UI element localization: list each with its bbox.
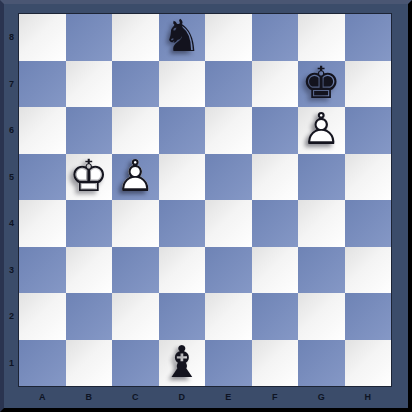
square-f3[interactable] bbox=[252, 247, 299, 294]
square-f5[interactable] bbox=[252, 154, 299, 201]
rank-label-6: 6 bbox=[4, 107, 19, 154]
square-e5[interactable] bbox=[205, 154, 252, 201]
square-f7[interactable] bbox=[252, 61, 299, 108]
square-h2[interactable] bbox=[345, 293, 392, 340]
square-g1[interactable] bbox=[298, 340, 345, 387]
square-h8[interactable] bbox=[345, 14, 392, 61]
file-label-d: D bbox=[159, 387, 206, 408]
square-f8[interactable] bbox=[252, 14, 299, 61]
square-a3[interactable] bbox=[19, 247, 66, 294]
black-bishop-d1[interactable]: ♝ bbox=[159, 340, 206, 387]
square-h4[interactable] bbox=[345, 200, 392, 247]
square-d6[interactable] bbox=[159, 107, 206, 154]
rank-label-5: 5 bbox=[4, 154, 19, 201]
square-h3[interactable] bbox=[345, 247, 392, 294]
square-a5[interactable] bbox=[19, 154, 66, 201]
square-h1[interactable] bbox=[345, 340, 392, 387]
rank-label-1: 1 bbox=[4, 340, 19, 387]
square-g5[interactable] bbox=[298, 154, 345, 201]
square-a2[interactable] bbox=[19, 293, 66, 340]
square-a8[interactable] bbox=[19, 14, 66, 61]
square-c8[interactable] bbox=[112, 14, 159, 61]
white-king-b5[interactable]: ♚♔ bbox=[66, 154, 113, 201]
square-d4[interactable] bbox=[159, 200, 206, 247]
white-king-outline-icon: ♔ bbox=[69, 153, 108, 197]
file-label-e: E bbox=[205, 387, 252, 408]
square-e2[interactable] bbox=[205, 293, 252, 340]
file-label-a: A bbox=[19, 387, 66, 408]
square-b2[interactable] bbox=[66, 293, 113, 340]
square-h7[interactable] bbox=[345, 61, 392, 108]
square-c7[interactable] bbox=[112, 61, 159, 108]
rank-label-4: 4 bbox=[4, 200, 19, 247]
square-g2[interactable] bbox=[298, 293, 345, 340]
square-d3[interactable] bbox=[159, 247, 206, 294]
square-a1[interactable] bbox=[19, 340, 66, 387]
rank-label-2: 2 bbox=[4, 293, 19, 340]
square-f1[interactable] bbox=[252, 340, 299, 387]
white-pawn-outline-icon: ♙ bbox=[302, 107, 341, 151]
black-knight-d8[interactable]: ♞ bbox=[159, 14, 206, 61]
black-king-icon: ♚ bbox=[302, 60, 341, 104]
rank-label-3: 3 bbox=[4, 247, 19, 294]
square-b6[interactable] bbox=[66, 107, 113, 154]
square-a4[interactable] bbox=[19, 200, 66, 247]
square-g3[interactable] bbox=[298, 247, 345, 294]
square-g8[interactable] bbox=[298, 14, 345, 61]
white-pawn-g6[interactable]: ♟♙ bbox=[298, 107, 345, 154]
white-pawn-outline-icon: ♙ bbox=[116, 153, 155, 197]
white-pawn-c5[interactable]: ♟♙ bbox=[112, 154, 159, 201]
black-bishop-icon: ♝ bbox=[162, 339, 201, 383]
square-d5[interactable] bbox=[159, 154, 206, 201]
square-a7[interactable] bbox=[19, 61, 66, 108]
square-e1[interactable] bbox=[205, 340, 252, 387]
square-b4[interactable] bbox=[66, 200, 113, 247]
square-c4[interactable] bbox=[112, 200, 159, 247]
square-e3[interactable] bbox=[205, 247, 252, 294]
square-g4[interactable] bbox=[298, 200, 345, 247]
rank-label-7: 7 bbox=[4, 61, 19, 108]
black-knight-icon: ♞ bbox=[162, 14, 201, 58]
square-h5[interactable] bbox=[345, 154, 392, 201]
square-e4[interactable] bbox=[205, 200, 252, 247]
square-d2[interactable] bbox=[159, 293, 206, 340]
square-b3[interactable] bbox=[66, 247, 113, 294]
square-c1[interactable] bbox=[112, 340, 159, 387]
square-f2[interactable] bbox=[252, 293, 299, 340]
square-e6[interactable] bbox=[205, 107, 252, 154]
file-label-h: H bbox=[345, 387, 392, 408]
file-label-f: F bbox=[252, 387, 299, 408]
square-c3[interactable] bbox=[112, 247, 159, 294]
chess-diagram: ♞♚♟♙♚♔♟♙♝ 87654321 ABCDEFGH bbox=[0, 0, 412, 412]
square-f6[interactable] bbox=[252, 107, 299, 154]
square-b8[interactable] bbox=[66, 14, 113, 61]
square-b1[interactable] bbox=[66, 340, 113, 387]
file-label-b: B bbox=[66, 387, 113, 408]
square-e8[interactable] bbox=[205, 14, 252, 61]
black-king-g7[interactable]: ♚ bbox=[298, 61, 345, 108]
rank-label-8: 8 bbox=[4, 14, 19, 61]
square-e7[interactable] bbox=[205, 61, 252, 108]
square-a6[interactable] bbox=[19, 107, 66, 154]
square-h6[interactable] bbox=[345, 107, 392, 154]
square-f4[interactable] bbox=[252, 200, 299, 247]
square-c2[interactable] bbox=[112, 293, 159, 340]
file-label-c: C bbox=[112, 387, 159, 408]
square-d7[interactable] bbox=[159, 61, 206, 108]
square-c6[interactable] bbox=[112, 107, 159, 154]
file-label-g: G bbox=[298, 387, 345, 408]
square-b7[interactable] bbox=[66, 61, 113, 108]
